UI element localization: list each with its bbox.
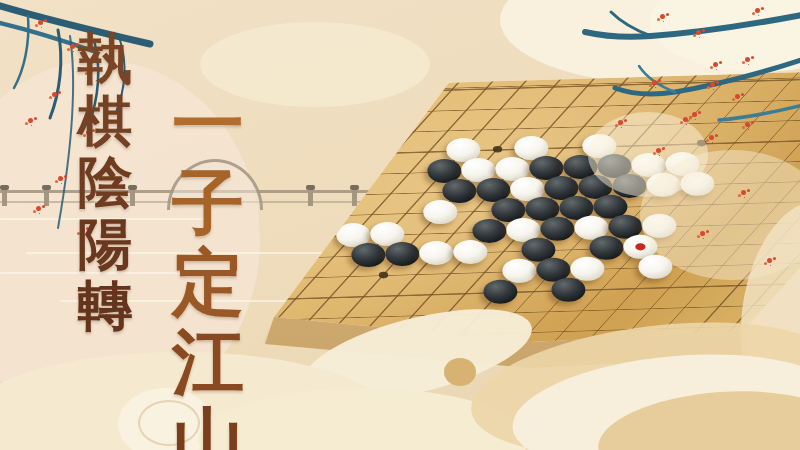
black-stone <box>483 280 517 304</box>
branch-top-right <box>555 0 800 150</box>
plum-blossom <box>58 176 63 181</box>
scene: 執棋陰陽轉 一子定江山 <box>0 0 800 450</box>
board-blossom <box>741 190 746 195</box>
title-main-char-3: 江 <box>172 322 244 401</box>
white-stone <box>423 200 457 224</box>
white-stone <box>453 240 487 264</box>
dune-dot <box>444 358 476 386</box>
white-stone <box>502 259 536 283</box>
plum-blossom <box>618 120 623 125</box>
star-point <box>493 146 502 153</box>
plum-blossom <box>710 82 715 87</box>
white-stone <box>570 257 604 281</box>
black-stone <box>442 179 476 203</box>
black-stone <box>540 217 574 241</box>
board-blossom <box>700 231 705 236</box>
title-sub-char-4: 轉 <box>78 274 133 336</box>
board-blossom <box>767 258 772 263</box>
plum-blossom <box>38 20 43 25</box>
plum-blossom <box>713 62 718 67</box>
plum-blossom <box>660 14 665 19</box>
bridge-post <box>308 190 313 206</box>
plum-blossom <box>52 92 57 97</box>
black-stone <box>472 219 506 243</box>
title-main-column: 一子定江山 <box>166 84 250 450</box>
title-sub-column: 執棋陰陽轉 <box>72 28 138 336</box>
plum-blossom <box>656 148 661 153</box>
plum-blossom <box>735 94 740 99</box>
title-sub-char-3: 陽 <box>78 213 133 275</box>
plum-blossom <box>696 30 701 35</box>
plum-blossom <box>36 206 41 211</box>
black-stone <box>551 278 585 302</box>
title-sub-char-1: 棋 <box>78 90 133 152</box>
title-main-char-0: 一 <box>172 84 244 163</box>
plum-blossom <box>28 118 33 123</box>
bridge-post <box>352 190 357 206</box>
star-point <box>379 272 388 279</box>
plum-blossom <box>755 8 760 13</box>
plum-blossom <box>652 80 657 85</box>
plum-blossom <box>745 57 750 62</box>
black-stone <box>351 243 385 267</box>
title-main-char-4: 山 <box>172 401 244 450</box>
plum-blossom <box>692 112 697 117</box>
title-main-char-2: 定 <box>172 242 244 321</box>
black-stone <box>589 236 623 260</box>
title-sub-char-0: 執 <box>78 28 133 90</box>
title-main-char-1: 子 <box>172 163 244 242</box>
last-move-marker <box>635 243 645 250</box>
title-sub-char-2: 陰 <box>78 151 133 213</box>
black-stone <box>385 242 419 266</box>
white-stone <box>419 241 453 265</box>
